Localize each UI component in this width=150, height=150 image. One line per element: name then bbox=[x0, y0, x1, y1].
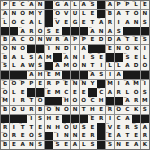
grid-cell[interactable]: 11A bbox=[106, 1, 114, 9]
clue-number: 8 bbox=[71, 1, 72, 4]
grid-cell[interactable]: 37S bbox=[27, 53, 35, 61]
grid-cell[interactable]: 38A bbox=[36, 53, 44, 61]
grid-cell[interactable]: 85O bbox=[1, 132, 9, 140]
grid-cell[interactable]: 45L bbox=[106, 62, 114, 70]
grid-cell[interactable]: D bbox=[62, 45, 70, 53]
grid-cell[interactable]: 16A bbox=[1, 10, 9, 18]
grid-cell[interactable]: I bbox=[80, 53, 88, 61]
grid-cell[interactable]: R bbox=[88, 132, 96, 140]
grid-cell[interactable]: E bbox=[132, 132, 140, 140]
grid-cell[interactable]: L bbox=[141, 53, 149, 61]
grid-cell[interactable]: N bbox=[115, 141, 123, 149]
grid-cell[interactable]: O bbox=[132, 88, 140, 96]
grid-cell[interactable]: 18B bbox=[106, 10, 114, 18]
grid-cell[interactable]: N bbox=[36, 36, 44, 44]
grid-cell[interactable]: 12P bbox=[115, 1, 123, 9]
grid-cell[interactable]: 89S bbox=[53, 141, 61, 149]
grid-cell[interactable]: M bbox=[53, 88, 61, 96]
grid-cell[interactable]: 46L bbox=[115, 62, 123, 70]
clue-number: 56 bbox=[106, 80, 109, 83]
grid-cell[interactable]: O bbox=[27, 36, 35, 44]
grid-cell[interactable]: 75E bbox=[88, 115, 96, 123]
grid-cell[interactable]: M bbox=[45, 53, 53, 61]
grid-cell[interactable]: 6G bbox=[53, 1, 61, 9]
grid-cell[interactable]: 79O bbox=[62, 123, 70, 131]
grid-cell[interactable]: I bbox=[115, 80, 123, 88]
grid-cell[interactable]: N bbox=[80, 62, 88, 70]
grid-cell[interactable]: G bbox=[71, 18, 79, 26]
grid-cell[interactable]: E bbox=[88, 123, 96, 131]
grid-cell[interactable]: R bbox=[132, 97, 140, 105]
cell-letter: L bbox=[21, 55, 25, 61]
grid-cell[interactable]: L bbox=[80, 141, 88, 149]
grid-cell[interactable]: R bbox=[123, 123, 131, 131]
grid-cell[interactable]: K bbox=[132, 45, 140, 53]
grid-cell[interactable]: T bbox=[88, 18, 96, 26]
grid-cell[interactable]: 14L bbox=[132, 1, 140, 9]
grid-cell[interactable]: C bbox=[62, 88, 70, 96]
grid-cell[interactable]: 15E bbox=[141, 1, 149, 9]
cell-letter: S bbox=[38, 63, 42, 69]
grid-cell[interactable]: C bbox=[123, 106, 131, 114]
grid-cell[interactable]: 73O bbox=[115, 106, 123, 114]
clue-number: 76 bbox=[1, 123, 4, 126]
grid-cell[interactable]: 68A bbox=[123, 97, 131, 105]
grid-cell[interactable]: E bbox=[71, 88, 79, 96]
grid-cell[interactable]: A bbox=[115, 10, 123, 18]
grid-cell[interactable]: M bbox=[141, 97, 149, 105]
grid-cell[interactable]: 61E bbox=[45, 88, 53, 96]
grid-cell[interactable]: O bbox=[18, 10, 26, 18]
grid-cell[interactable]: 54N bbox=[71, 80, 79, 88]
clue-number: 42 bbox=[124, 53, 127, 56]
grid-cell[interactable]: 66H bbox=[62, 97, 70, 105]
grid-cell[interactable]: 41E bbox=[97, 53, 105, 61]
grid-cell[interactable]: 52P bbox=[18, 80, 26, 88]
grid-cell[interactable]: 8L bbox=[71, 1, 79, 9]
grid-cell[interactable]: O bbox=[132, 10, 140, 18]
clue-number: 53 bbox=[62, 80, 65, 83]
grid-cell[interactable]: S bbox=[36, 62, 44, 70]
grid-cell[interactable]: O bbox=[123, 45, 131, 53]
grid-cell[interactable]: N bbox=[71, 106, 79, 114]
cell-letter: N bbox=[55, 46, 60, 52]
black-cell bbox=[36, 88, 44, 96]
grid-cell[interactable]: 40S bbox=[88, 53, 96, 61]
black-cell bbox=[123, 71, 131, 79]
grid-cell[interactable]: 53E bbox=[62, 80, 70, 88]
grid-cell[interactable]: E bbox=[36, 80, 44, 88]
grid-cell[interactable]: M bbox=[27, 10, 35, 18]
grid-cell[interactable]: V bbox=[62, 10, 70, 18]
cell-letter: U bbox=[73, 11, 78, 17]
grid-cell[interactable]: E bbox=[115, 123, 123, 131]
black-cell bbox=[27, 45, 35, 53]
grid-cell[interactable]: R bbox=[45, 80, 53, 88]
grid-cell[interactable]: K bbox=[132, 106, 140, 114]
grid-cell[interactable]: H bbox=[88, 106, 96, 114]
grid-cell[interactable]: R bbox=[97, 115, 105, 123]
grid-cell[interactable]: 20V bbox=[53, 18, 61, 26]
grid-cell[interactable]: H bbox=[45, 115, 53, 123]
clue-number: 38 bbox=[36, 53, 39, 56]
grid-cell[interactable]: 84A bbox=[141, 123, 149, 131]
clue-number: 82 bbox=[106, 123, 109, 126]
black-cell bbox=[45, 1, 53, 9]
clue-number: 81 bbox=[80, 123, 83, 126]
cell-letter: R bbox=[12, 133, 16, 139]
grid-cell[interactable]: A bbox=[80, 45, 88, 53]
grid-cell[interactable]: 83S bbox=[132, 123, 140, 131]
grid-cell[interactable]: 86I bbox=[53, 132, 61, 140]
grid-cell[interactable]: O bbox=[36, 27, 44, 35]
grid-cell[interactable]: O bbox=[62, 106, 70, 114]
clue-number: 35 bbox=[106, 45, 109, 48]
clue-number: 26 bbox=[10, 36, 13, 39]
grid-cell[interactable]: L bbox=[10, 88, 18, 96]
grid-cell[interactable]: N bbox=[97, 27, 105, 35]
grid-cell[interactable]: K bbox=[141, 141, 149, 149]
cell-letter: A bbox=[108, 29, 112, 35]
grid-cell[interactable]: S bbox=[141, 18, 149, 26]
clue-number: 4 bbox=[28, 1, 29, 4]
grid-cell[interactable]: 1P bbox=[1, 1, 9, 9]
grid-cell[interactable]: T bbox=[123, 10, 131, 18]
grid-cell[interactable]: E bbox=[18, 132, 26, 140]
grid-cell[interactable]: 88B bbox=[1, 141, 9, 149]
grid-cell[interactable]: 64T bbox=[27, 97, 35, 105]
clue-number: 25 bbox=[1, 36, 4, 39]
cell-letter: U bbox=[20, 107, 25, 113]
grid-cell[interactable]: 42S bbox=[123, 53, 131, 61]
grid-cell[interactable]: O bbox=[141, 62, 149, 70]
grid-cell[interactable]: I bbox=[97, 62, 105, 70]
grid-cell[interactable]: 31E bbox=[132, 36, 140, 44]
grid-cell[interactable]: N bbox=[53, 45, 61, 53]
grid-cell[interactable]: N bbox=[71, 132, 79, 140]
grid-cell[interactable]: 32S bbox=[141, 36, 149, 44]
clue-number: 73 bbox=[115, 106, 118, 109]
grid-cell[interactable]: S bbox=[88, 141, 96, 149]
crossword-grid: 1P2E3C4A5N6G7A8L9A10S11A12P13P14L15E16AN… bbox=[0, 0, 150, 150]
cell-letter: I bbox=[56, 133, 58, 139]
grid-cell[interactable]: 27A bbox=[62, 36, 70, 44]
grid-cell[interactable]: E bbox=[80, 18, 88, 26]
grid-cell[interactable]: L bbox=[80, 10, 88, 18]
grid-cell[interactable]: Y bbox=[88, 80, 96, 88]
grid-cell[interactable]: 39A bbox=[62, 53, 70, 61]
black-cell bbox=[115, 97, 123, 105]
grid-cell[interactable]: A bbox=[18, 141, 26, 149]
grid-cell[interactable]: U bbox=[71, 10, 79, 18]
grid-cell[interactable]: N bbox=[45, 123, 53, 131]
grid-cell[interactable]: L bbox=[123, 88, 131, 96]
grid-cell[interactable]: 29P bbox=[80, 36, 88, 44]
grid-cell[interactable]: O bbox=[10, 106, 18, 114]
black-cell bbox=[132, 71, 140, 79]
grid-cell[interactable]: 48E bbox=[45, 71, 53, 79]
grid-cell[interactable]: I bbox=[106, 115, 114, 123]
grid-cell[interactable]: 49A bbox=[88, 71, 96, 79]
grid-cell[interactable]: E bbox=[80, 88, 88, 96]
cell-letter: S bbox=[38, 142, 42, 148]
grid-cell[interactable]: 81S bbox=[80, 123, 88, 131]
grid-cell[interactable]: 24A bbox=[88, 27, 96, 35]
clue-number: 32 bbox=[141, 36, 144, 39]
grid-cell[interactable]: 36B bbox=[1, 53, 9, 61]
grid-cell[interactable]: E bbox=[132, 53, 140, 61]
grid-cell[interactable]: 62C bbox=[97, 88, 105, 96]
cell-letter: E bbox=[91, 125, 95, 131]
grid-cell[interactable]: N bbox=[62, 132, 70, 140]
grid-cell[interactable]: I bbox=[71, 45, 79, 53]
grid-cell[interactable]: P bbox=[53, 80, 61, 88]
grid-cell[interactable]: 67C bbox=[88, 97, 96, 105]
grid-cell[interactable]: O bbox=[71, 97, 79, 105]
grid-cell[interactable]: E bbox=[36, 123, 44, 131]
grid-cell[interactable]: C bbox=[18, 36, 26, 44]
grid-cell[interactable]: B bbox=[36, 106, 44, 114]
grid-cell[interactable]: 25B bbox=[1, 36, 9, 44]
grid-cell[interactable]: 47A bbox=[27, 71, 35, 79]
grid-cell[interactable]: A bbox=[27, 18, 35, 26]
grid-cell[interactable]: I bbox=[10, 97, 18, 105]
grid-cell[interactable]: 87E bbox=[106, 132, 114, 140]
black-cell bbox=[45, 62, 53, 70]
grid-cell[interactable]: O bbox=[18, 45, 26, 53]
grid-cell[interactable]: U bbox=[18, 106, 26, 114]
grid-cell[interactable]: 76R bbox=[1, 123, 9, 131]
cell-letter: I bbox=[118, 20, 120, 26]
grid-cell[interactable]: E bbox=[18, 88, 26, 96]
grid-cell[interactable]: S bbox=[115, 27, 123, 35]
grid-cell[interactable]: 82V bbox=[106, 123, 114, 131]
grid-cell[interactable]: I bbox=[141, 45, 149, 53]
grid-cell[interactable]: E bbox=[123, 141, 131, 149]
grid-cell[interactable]: R bbox=[18, 97, 26, 105]
grid-cell[interactable]: 77I bbox=[10, 123, 18, 131]
grid-cell[interactable]: H bbox=[53, 123, 61, 131]
clue-number: 33 bbox=[1, 45, 4, 48]
grid-cell[interactable]: A bbox=[123, 18, 131, 26]
grid-cell[interactable]: 65O bbox=[36, 97, 44, 105]
grid-cell[interactable]: 78T bbox=[18, 123, 26, 131]
grid-cell[interactable]: S bbox=[97, 71, 105, 79]
grid-cell[interactable]: 5N bbox=[36, 1, 44, 9]
cell-letter: G bbox=[55, 2, 60, 8]
grid-cell[interactable]: N bbox=[71, 53, 79, 61]
grid-cell[interactable]: N bbox=[115, 45, 123, 53]
grid-cell[interactable]: 7A bbox=[62, 1, 70, 9]
grid-cell[interactable]: 44A bbox=[53, 62, 61, 70]
grid-cell[interactable]: A bbox=[115, 36, 123, 44]
cell-letter: I bbox=[144, 46, 146, 52]
grid-cell[interactable]: O bbox=[27, 132, 35, 140]
grid-cell[interactable]: 60O bbox=[1, 88, 9, 96]
grid-cell[interactable]: 35E bbox=[106, 45, 114, 53]
cell-letter: C bbox=[21, 20, 25, 26]
cell-letter: N bbox=[116, 142, 121, 148]
grid-cell[interactable]: W bbox=[45, 36, 53, 44]
grid-cell[interactable]: R bbox=[106, 18, 114, 26]
grid-cell[interactable]: L bbox=[36, 18, 44, 26]
grid-cell[interactable]: 21A bbox=[97, 18, 105, 26]
grid-cell[interactable]: N bbox=[132, 18, 140, 26]
grid-cell[interactable]: E bbox=[10, 141, 18, 149]
grid-cell[interactable]: 80U bbox=[71, 123, 79, 131]
cell-letter: N bbox=[116, 46, 121, 52]
grid-cell[interactable]: R bbox=[115, 88, 123, 96]
grid-cell[interactable]: 51O bbox=[10, 80, 18, 88]
grid-cell[interactable]: A bbox=[71, 141, 79, 149]
grid-cell[interactable]: E bbox=[80, 132, 88, 140]
grid-cell[interactable]: T bbox=[27, 123, 35, 131]
clue-number: 29 bbox=[80, 36, 83, 39]
grid-cell[interactable]: 28P bbox=[71, 36, 79, 44]
grid-cell[interactable]: 55N bbox=[80, 80, 88, 88]
black-cell bbox=[106, 97, 114, 105]
grid-cell[interactable]: N bbox=[141, 10, 149, 18]
cell-letter: O bbox=[11, 107, 16, 113]
grid-cell[interactable]: E bbox=[53, 27, 61, 35]
cell-letter: A bbox=[29, 2, 33, 8]
grid-cell[interactable]: 33O bbox=[1, 45, 9, 53]
grid-cell[interactable]: Y bbox=[36, 10, 44, 18]
grid-cell[interactable]: T bbox=[80, 106, 88, 114]
grid-cell[interactable]: A bbox=[115, 71, 123, 79]
grid-cell[interactable]: E bbox=[62, 18, 70, 26]
grid-cell[interactable]: 72R bbox=[106, 106, 114, 114]
grid-cell[interactable]: R bbox=[53, 36, 61, 44]
grid-cell[interactable]: R bbox=[10, 132, 18, 140]
grid-cell[interactable]: S bbox=[36, 132, 44, 140]
grid-cell[interactable]: O bbox=[80, 97, 88, 105]
grid-cell[interactable]: 10S bbox=[88, 1, 96, 9]
grid-cell[interactable]: E bbox=[62, 141, 70, 149]
grid-cell[interactable]: 71N bbox=[53, 106, 61, 114]
grid-cell[interactable]: H bbox=[97, 97, 105, 105]
grid-cell[interactable]: M bbox=[53, 71, 61, 79]
grid-cell[interactable]: T bbox=[123, 132, 131, 140]
grid-cell[interactable]: 43S bbox=[1, 62, 9, 70]
grid-cell[interactable]: S bbox=[141, 106, 149, 114]
grid-cell[interactable]: E bbox=[88, 10, 96, 18]
cell-letter: L bbox=[38, 20, 42, 26]
grid-cell[interactable]: R bbox=[141, 132, 149, 140]
grid-cell[interactable]: P bbox=[27, 80, 35, 88]
grid-cell[interactable]: 34I bbox=[45, 45, 53, 53]
grid-cell[interactable]: 74I bbox=[27, 115, 35, 123]
grid-cell[interactable]: M bbox=[62, 62, 70, 70]
grid-cell[interactable]: 4A bbox=[27, 1, 35, 9]
grid-cell[interactable]: 69B bbox=[1, 106, 9, 114]
cell-letter: N bbox=[99, 29, 104, 35]
grid-cell[interactable]: A bbox=[123, 62, 131, 70]
clue-number: 18 bbox=[106, 10, 109, 13]
clue-number: 65 bbox=[36, 97, 39, 100]
grid-cell[interactable]: D bbox=[106, 36, 114, 44]
grid-cell[interactable]: 70O bbox=[45, 106, 53, 114]
grid-cell[interactable]: N bbox=[10, 10, 18, 18]
cell-letter: L bbox=[126, 90, 130, 96]
grid-cell[interactable]: S bbox=[36, 115, 44, 123]
grid-cell[interactable]: S bbox=[141, 88, 149, 96]
grid-cell[interactable]: L bbox=[10, 62, 18, 70]
grid-cell[interactable]: D bbox=[132, 62, 140, 70]
grid-cell[interactable]: C bbox=[115, 115, 123, 123]
grid-cell[interactable]: O bbox=[10, 18, 18, 26]
cell-letter: O bbox=[29, 133, 34, 139]
grid-cell[interactable]: N bbox=[27, 141, 35, 149]
grid-cell[interactable]: I bbox=[115, 18, 123, 26]
black-cell bbox=[27, 88, 35, 96]
black-cell bbox=[1, 71, 9, 79]
grid-cell[interactable]: 58M bbox=[132, 80, 140, 88]
grid-cell[interactable]: 17O bbox=[53, 10, 61, 18]
black-cell bbox=[45, 132, 53, 140]
grid-cell[interactable]: 63M bbox=[1, 97, 9, 105]
grid-cell[interactable]: 22A bbox=[18, 27, 26, 35]
grid-cell[interactable]: R bbox=[27, 27, 35, 35]
grid-cell[interactable]: L bbox=[18, 53, 26, 61]
cell-letter: D bbox=[99, 37, 104, 43]
grid-cell[interactable]: A bbox=[106, 27, 114, 35]
grid-cell[interactable]: A bbox=[115, 132, 123, 140]
grid-cell[interactable]: 56M bbox=[106, 80, 114, 88]
black-cell bbox=[97, 123, 105, 131]
grid-cell[interactable]: E bbox=[88, 36, 96, 44]
grid-cell[interactable]: E bbox=[97, 106, 105, 114]
grid-cell[interactable]: 26A bbox=[10, 36, 18, 44]
grid-cell[interactable]: H bbox=[36, 71, 44, 79]
grid-cell[interactable]: 90S bbox=[106, 141, 114, 149]
grid-cell[interactable]: 19L bbox=[1, 18, 9, 26]
grid-cell[interactable]: A bbox=[18, 62, 26, 70]
grid-cell[interactable]: 50C bbox=[1, 80, 9, 88]
grid-cell[interactable]: I bbox=[106, 71, 114, 79]
grid-cell[interactable]: 3C bbox=[18, 1, 26, 9]
grid-cell[interactable]: 13P bbox=[123, 1, 131, 9]
black-cell bbox=[141, 115, 149, 123]
cell-letter: W bbox=[28, 63, 34, 69]
black-cell bbox=[80, 71, 88, 79]
grid-cell[interactable]: A bbox=[10, 53, 18, 61]
grid-cell[interactable]: 30T bbox=[123, 36, 131, 44]
grid-cell[interactable]: W bbox=[27, 62, 35, 70]
grid-cell[interactable]: 2E bbox=[10, 1, 18, 9]
cell-letter: T bbox=[125, 11, 129, 17]
cell-letter: P bbox=[3, 2, 7, 8]
grid-cell[interactable]: D bbox=[97, 36, 105, 44]
grid-cell[interactable]: C bbox=[18, 18, 26, 26]
cell-letter: A bbox=[64, 2, 68, 8]
grid-cell[interactable]: O bbox=[71, 62, 79, 70]
grid-cell[interactable]: R bbox=[27, 106, 35, 114]
grid-cell[interactable]: 9A bbox=[80, 1, 88, 9]
grid-cell[interactable]: T bbox=[88, 62, 96, 70]
grid-cell[interactable]: S bbox=[36, 141, 44, 149]
grid-cell[interactable]: 23S bbox=[45, 27, 53, 35]
grid-cell[interactable]: A bbox=[132, 141, 140, 149]
grid-cell[interactable]: A bbox=[106, 88, 114, 96]
grid-cell[interactable]: N bbox=[10, 45, 18, 53]
grid-cell[interactable]: 59I bbox=[141, 80, 149, 88]
grid-cell[interactable]: E bbox=[53, 115, 61, 123]
grid-cell[interactable]: A bbox=[123, 115, 131, 123]
grid-cell[interactable]: 57A bbox=[123, 80, 131, 88]
clue-number: 62 bbox=[97, 88, 100, 91]
black-cell bbox=[97, 80, 105, 88]
